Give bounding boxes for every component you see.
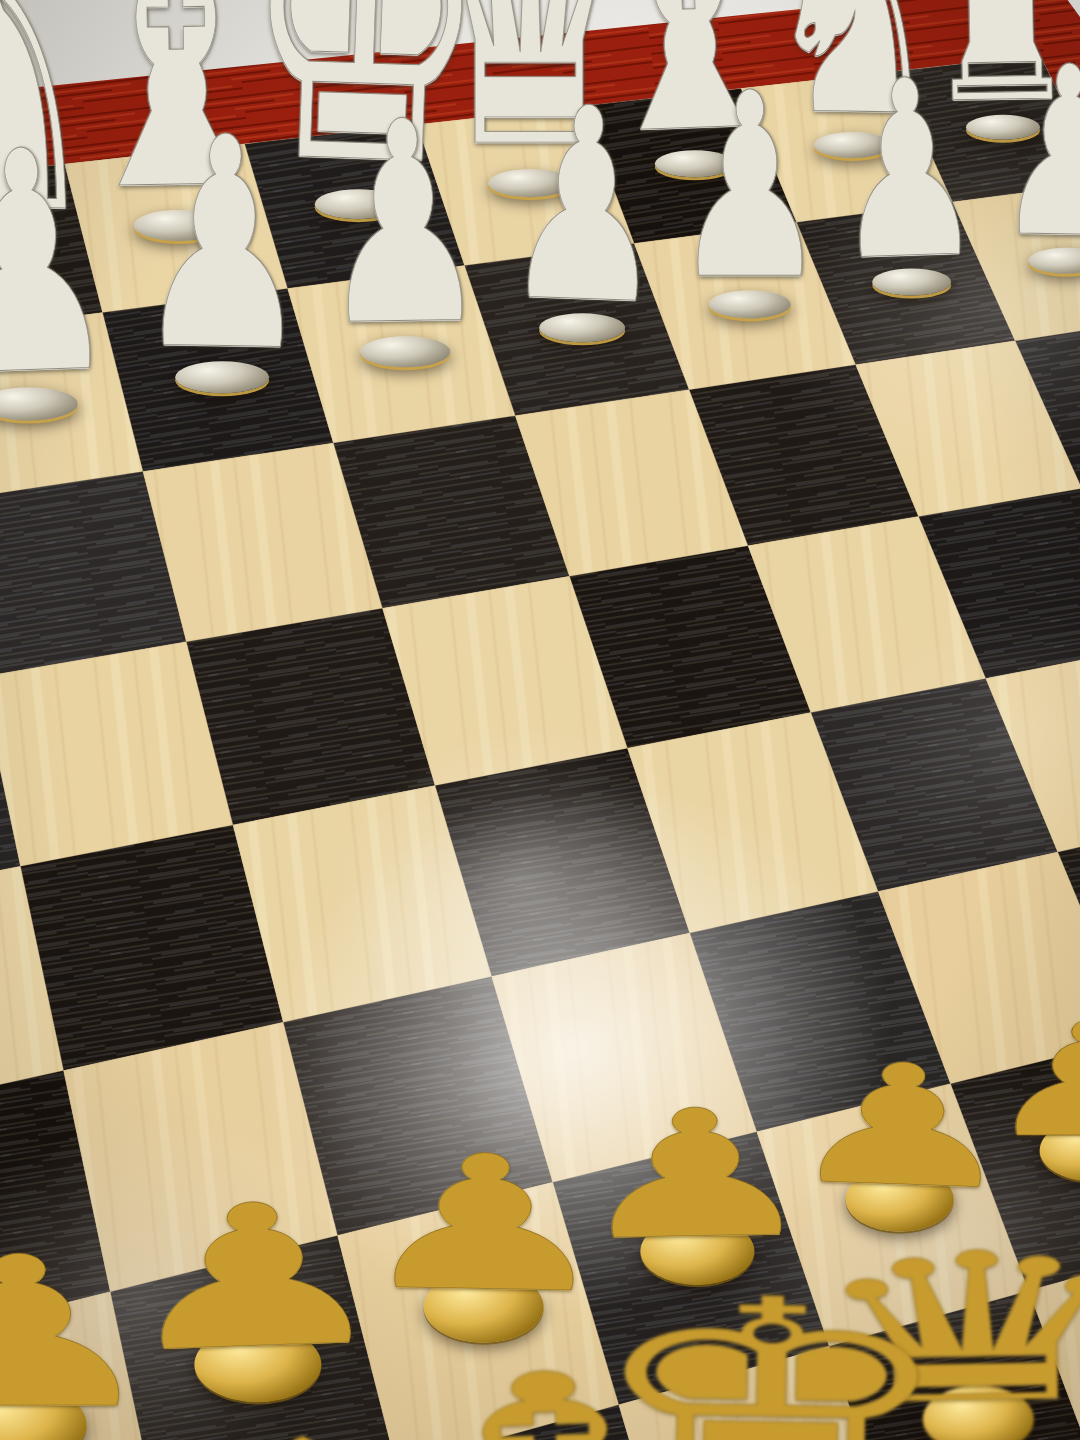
pawn-glyph: ♟ <box>501 82 672 332</box>
piece-white-pawn-c2[interactable]: ♟ <box>668 71 832 319</box>
piece-white-pawn-g2[interactable]: ♟ <box>0 125 127 421</box>
piece-black-knight-g8[interactable]: ♞ <box>196 1185 436 1440</box>
pawn-glyph: ♟ <box>133 110 315 381</box>
piece-white-pawn-b2[interactable]: ♟ <box>833 59 991 295</box>
piece-black-bishop-f8[interactable]: ♝ <box>436 1120 662 1440</box>
pawn-glyph: ♟ <box>995 45 1080 263</box>
pawn-glyph: ♟ <box>316 96 490 355</box>
pawn-glyph: ♟ <box>0 122 122 409</box>
piece-white-pawn-f2[interactable]: ♟ <box>128 111 316 393</box>
piece-black-rook-h8[interactable]: ♜ <box>0 1277 195 1440</box>
photo-chessboard-scene: ♜♞♝♚♛♝♞♜♟♟♟♟♟♟♟♟♟♟♟♟♟♟♟♟♜♞♝♚♛♝♞♜ <box>0 0 1080 1440</box>
piece-white-pawn-a2[interactable]: ♟ <box>991 46 1080 273</box>
pawn-glyph: ♟ <box>672 71 827 306</box>
piece-white-pawn-d2[interactable]: ♟ <box>496 84 668 342</box>
piece-white-pawn-e2[interactable]: ♟ <box>316 97 495 367</box>
pieces-layer: ♜♞♝♚♛♝♞♜♟♟♟♟♟♟♟♟♟♟♟♟♟♟♟♟♜♞♝♚♛♝♞♜ <box>0 0 1080 1440</box>
pawn-glyph: ♟ <box>829 56 985 286</box>
